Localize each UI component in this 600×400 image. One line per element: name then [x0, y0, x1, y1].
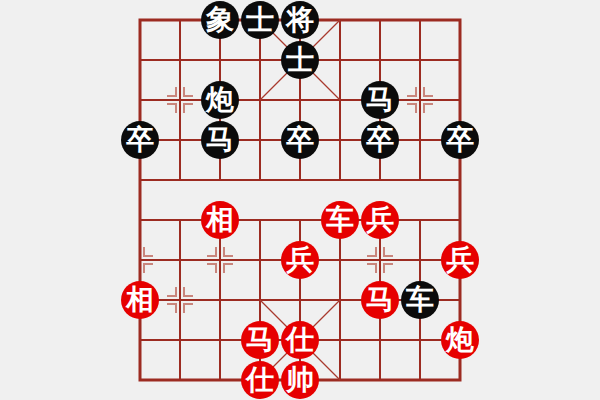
black-pawn[interactable]: 卒	[281, 121, 319, 159]
black-chariot[interactable]: 车	[401, 281, 439, 319]
black-general[interactable]: 将	[281, 1, 319, 39]
black-pawn[interactable]: 卒	[441, 121, 479, 159]
red-elephant[interactable]: 相	[201, 201, 239, 239]
red-pawn[interactable]: 兵	[441, 241, 479, 279]
black-advisor[interactable]: 士	[281, 41, 319, 79]
red-elephant[interactable]: 相	[121, 281, 159, 319]
red-cannon[interactable]: 炮	[441, 321, 479, 359]
xiangqi-board: 象士将士炮马卒马卒卒卒相车兵兵兵相马车马仕炮仕帅	[120, 0, 480, 400]
black-pawn[interactable]: 卒	[121, 121, 159, 159]
red-horse[interactable]: 马	[361, 281, 399, 319]
black-horse[interactable]: 马	[361, 81, 399, 119]
black-cannon[interactable]: 炮	[201, 81, 239, 119]
black-pawn[interactable]: 卒	[361, 121, 399, 159]
red-pawn[interactable]: 兵	[361, 201, 399, 239]
red-horse[interactable]: 马	[241, 321, 279, 359]
red-advisor[interactable]: 仕	[241, 361, 279, 399]
black-horse[interactable]: 马	[201, 121, 239, 159]
red-advisor[interactable]: 仕	[281, 321, 319, 359]
red-chariot[interactable]: 车	[321, 201, 359, 239]
black-elephant[interactable]: 象	[201, 1, 239, 39]
black-advisor[interactable]: 士	[241, 1, 279, 39]
red-general[interactable]: 帅	[281, 361, 319, 399]
red-pawn[interactable]: 兵	[281, 241, 319, 279]
